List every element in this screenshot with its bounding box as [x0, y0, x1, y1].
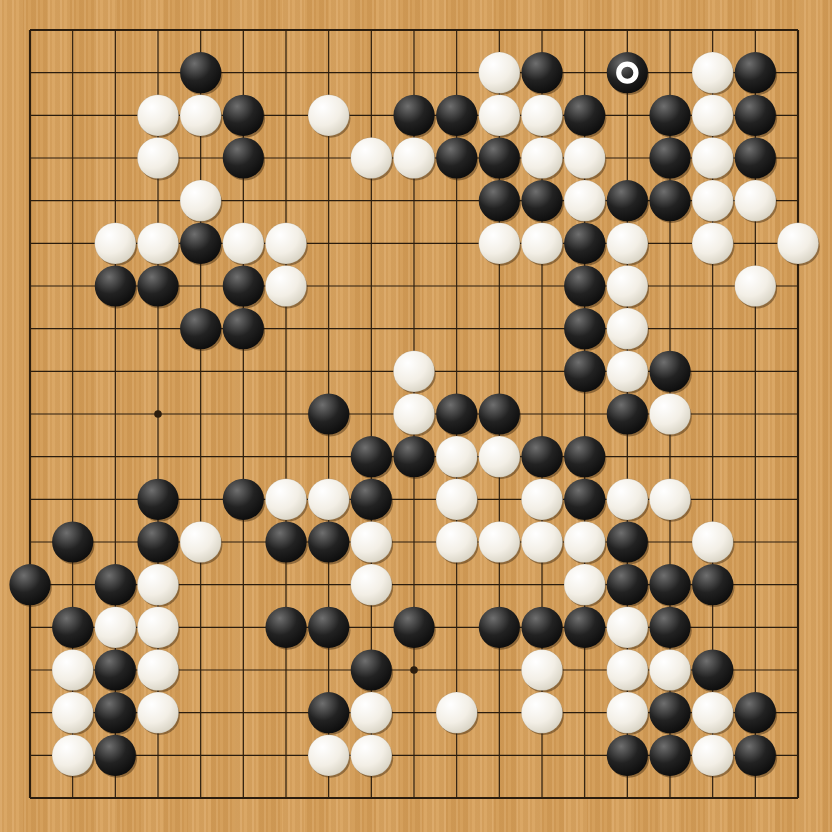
- go-board[interactable]: [0, 0, 832, 832]
- black-stone: [607, 521, 649, 564]
- black-stone: [308, 607, 350, 650]
- white-stone: [607, 223, 649, 266]
- black-stone: [564, 436, 606, 479]
- black-stone: [521, 52, 563, 95]
- star-point: [154, 410, 162, 418]
- black-stone: [564, 479, 606, 522]
- white-stone: [521, 521, 563, 564]
- white-stone: [479, 521, 521, 564]
- black-stone: [52, 521, 94, 564]
- white-stone: [521, 479, 563, 522]
- black-stone: [308, 692, 350, 735]
- black-stone: [52, 607, 94, 650]
- black-stone: [265, 521, 307, 564]
- black-stone: [607, 393, 649, 436]
- white-stone: [521, 95, 563, 138]
- black-stone: [137, 479, 179, 522]
- white-stone: [692, 137, 734, 180]
- white-stone: [607, 692, 649, 735]
- black-stone: [95, 564, 137, 607]
- white-stone: [436, 436, 478, 479]
- white-stone: [607, 308, 649, 351]
- black-stone: [180, 52, 222, 95]
- black-stone: [564, 95, 606, 138]
- black-stone: [393, 95, 435, 138]
- star-point: [410, 666, 418, 674]
- black-stone: [649, 735, 691, 778]
- black-stone: [95, 265, 137, 308]
- white-stone: [692, 180, 734, 223]
- white-stone: [564, 180, 606, 223]
- black-stone: [351, 479, 393, 522]
- black-stone: [351, 649, 393, 692]
- black-stone: [735, 95, 777, 138]
- black-stone: [95, 735, 137, 778]
- white-stone: [479, 223, 521, 266]
- white-stone: [52, 649, 94, 692]
- white-stone: [52, 692, 94, 735]
- black-stone: [735, 735, 777, 778]
- white-stone: [521, 223, 563, 266]
- black-stone: [735, 52, 777, 95]
- white-stone: [521, 692, 563, 735]
- white-stone: [607, 479, 649, 522]
- black-stone: [735, 692, 777, 735]
- white-stone: [52, 735, 94, 778]
- white-stone: [607, 649, 649, 692]
- black-stone: [735, 137, 777, 180]
- white-stone: [351, 521, 393, 564]
- black-stone: [223, 479, 265, 522]
- black-stone: [692, 649, 734, 692]
- white-stone: [521, 137, 563, 180]
- white-stone: [351, 564, 393, 607]
- black-stone: [649, 692, 691, 735]
- black-stone: [607, 735, 649, 778]
- white-stone: [735, 265, 777, 308]
- white-stone: [479, 52, 521, 95]
- white-stone: [649, 649, 691, 692]
- white-stone: [265, 479, 307, 522]
- black-stone: [393, 436, 435, 479]
- black-stone: [223, 137, 265, 180]
- white-stone: [265, 265, 307, 308]
- white-stone: [436, 479, 478, 522]
- white-stone: [137, 607, 179, 650]
- white-stone: [692, 735, 734, 778]
- black-stone: [95, 692, 137, 735]
- white-stone: [95, 223, 137, 266]
- black-stone: [649, 137, 691, 180]
- black-stone: [95, 649, 137, 692]
- white-stone: [393, 393, 435, 436]
- white-stone: [393, 351, 435, 394]
- black-stone: [649, 180, 691, 223]
- white-stone: [649, 479, 691, 522]
- white-stone: [564, 521, 606, 564]
- black-stone: [607, 52, 649, 95]
- black-stone: [308, 393, 350, 436]
- black-stone: [479, 137, 521, 180]
- white-stone: [692, 692, 734, 735]
- white-stone: [180, 95, 222, 138]
- black-stone: [692, 564, 734, 607]
- white-stone: [223, 223, 265, 266]
- black-stone: [564, 223, 606, 266]
- black-stone: [223, 95, 265, 138]
- white-stone: [735, 180, 777, 223]
- white-stone: [521, 649, 563, 692]
- white-stone: [137, 137, 179, 180]
- white-stone: [692, 52, 734, 95]
- black-stone: [137, 521, 179, 564]
- white-stone: [95, 607, 137, 650]
- white-stone: [308, 95, 350, 138]
- white-stone: [308, 735, 350, 778]
- black-stone: [607, 564, 649, 607]
- white-stone: [137, 95, 179, 138]
- white-stone: [607, 351, 649, 394]
- black-stone: [564, 607, 606, 650]
- black-stone: [564, 351, 606, 394]
- black-stone: [180, 223, 222, 266]
- white-stone: [607, 265, 649, 308]
- black-stone: [521, 436, 563, 479]
- white-stone: [479, 436, 521, 479]
- black-stone: [9, 564, 51, 607]
- black-stone: [479, 607, 521, 650]
- white-stone: [692, 223, 734, 266]
- white-stone: [308, 479, 350, 522]
- white-stone: [564, 137, 606, 180]
- black-stone: [137, 265, 179, 308]
- white-stone: [351, 692, 393, 735]
- white-stone: [137, 649, 179, 692]
- black-stone: [223, 308, 265, 351]
- white-stone: [692, 95, 734, 138]
- black-stone: [265, 607, 307, 650]
- white-stone: [479, 95, 521, 138]
- black-stone: [564, 308, 606, 351]
- white-stone: [265, 223, 307, 266]
- white-stone: [692, 521, 734, 564]
- black-stone: [351, 436, 393, 479]
- black-stone: [607, 180, 649, 223]
- black-stone: [479, 180, 521, 223]
- black-stone: [649, 564, 691, 607]
- white-stone: [137, 564, 179, 607]
- white-stone: [607, 607, 649, 650]
- white-stone: [649, 393, 691, 436]
- black-stone: [180, 308, 222, 351]
- white-stone: [393, 137, 435, 180]
- white-stone: [436, 692, 478, 735]
- black-stone: [649, 95, 691, 138]
- black-stone: [649, 351, 691, 394]
- white-stone: [137, 223, 179, 266]
- black-stone: [436, 137, 478, 180]
- black-stone: [649, 607, 691, 650]
- white-stone: [180, 521, 222, 564]
- black-stone: [521, 180, 563, 223]
- black-stone: [436, 393, 478, 436]
- white-stone: [137, 692, 179, 735]
- black-stone: [479, 393, 521, 436]
- white-stone: [564, 564, 606, 607]
- black-stone: [393, 607, 435, 650]
- white-stone: [351, 735, 393, 778]
- black-stone: [436, 95, 478, 138]
- black-stone: [308, 521, 350, 564]
- white-stone: [351, 137, 393, 180]
- go-app-window: [0, 0, 832, 832]
- white-stone: [436, 521, 478, 564]
- board-grid: [0, 0, 832, 832]
- white-stone: [180, 180, 222, 223]
- black-stone: [223, 265, 265, 308]
- black-stone: [564, 265, 606, 308]
- white-stone: [777, 223, 819, 266]
- black-stone: [521, 607, 563, 650]
